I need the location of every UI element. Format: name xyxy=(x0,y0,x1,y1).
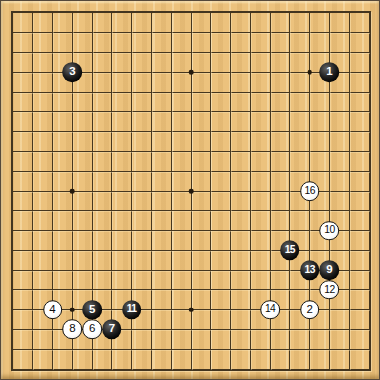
stone-white-12[interactable]: 12 xyxy=(320,280,340,300)
grid-line-vertical xyxy=(250,13,251,369)
grid-line-vertical xyxy=(210,13,211,369)
stone-white-4[interactable]: 4 xyxy=(43,300,63,320)
stone-black-13[interactable]: 13 xyxy=(300,260,320,280)
diagram-frame: 12345678910111213141516 xyxy=(0,0,380,380)
star-point xyxy=(189,307,194,312)
grid-line-horizontal xyxy=(13,210,369,211)
grid-line-vertical xyxy=(349,13,350,369)
stone-white-8[interactable]: 8 xyxy=(63,320,83,340)
star-point xyxy=(70,189,75,194)
stone-black-11[interactable]: 11 xyxy=(122,300,142,320)
go-board[interactable]: 12345678910111213141516 xyxy=(1,1,379,379)
stone-black-5[interactable]: 5 xyxy=(82,300,102,320)
stone-black-1[interactable]: 1 xyxy=(320,63,340,83)
star-point xyxy=(189,189,194,194)
stone-white-14[interactable]: 14 xyxy=(260,300,280,320)
stone-white-16[interactable]: 16 xyxy=(300,181,320,201)
star-point xyxy=(307,70,312,75)
stone-black-7[interactable]: 7 xyxy=(102,320,122,340)
star-point xyxy=(70,307,75,312)
grid-line-horizontal xyxy=(13,250,369,251)
stone-white-10[interactable]: 10 xyxy=(320,221,340,241)
grid-line-horizontal xyxy=(13,289,369,290)
grid-line-vertical xyxy=(230,13,231,369)
stone-black-15[interactable]: 15 xyxy=(280,241,300,261)
stone-white-2[interactable]: 2 xyxy=(300,300,320,320)
grid-line-horizontal xyxy=(13,230,369,231)
stone-black-9[interactable]: 9 xyxy=(320,260,340,280)
stone-black-3[interactable]: 3 xyxy=(63,63,83,83)
grid-line-vertical xyxy=(289,13,290,369)
star-point xyxy=(189,70,194,75)
stone-white-6[interactable]: 6 xyxy=(82,320,102,340)
grid-line-horizontal xyxy=(13,349,369,350)
